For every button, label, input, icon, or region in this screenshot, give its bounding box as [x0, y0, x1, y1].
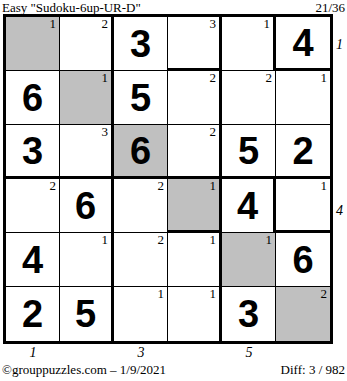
- grid-cell-r4c2: 6: [60, 179, 114, 233]
- col-label-5: 5: [222, 345, 276, 361]
- grid-cell-r5c4[interactable]: 1: [168, 233, 222, 287]
- grid-cell-r1c5[interactable]: 1: [222, 17, 276, 71]
- grid-cell-r3c4[interactable]: 2: [168, 125, 222, 179]
- clue-number: 2: [102, 17, 109, 31]
- clue-number: 1: [264, 17, 271, 31]
- clue-number: 2: [158, 179, 165, 193]
- grid-cell-r2c4[interactable]: 2: [168, 71, 222, 125]
- copyright-text: ©grouppuzzles.com – 1/9/2021: [2, 362, 166, 378]
- puzzle-page: Easy "Sudoku-6up-UR-D" 21/36 12331461522…: [0, 0, 347, 381]
- given-digit: 6: [60, 179, 111, 232]
- grid-cell-r4c6[interactable]: 1: [276, 179, 330, 233]
- grid-cell-r2c3: 5: [114, 71, 168, 125]
- grid-cell-r6c5: 3: [222, 287, 276, 341]
- grid-cell-r6c6[interactable]: 2: [276, 287, 330, 341]
- given-digit: 4: [222, 179, 273, 232]
- grid-cell-r4c3[interactable]: 2: [114, 179, 168, 233]
- clue-number: 2: [266, 71, 273, 85]
- grid-cell-r5c1: 4: [6, 233, 60, 287]
- clue-number: 1: [210, 233, 217, 247]
- clue-number: 3: [210, 17, 217, 31]
- given-digit: 5: [114, 71, 167, 124]
- clue-number: 2: [210, 125, 217, 139]
- difficulty-text: Diff: 3 / 982: [281, 362, 345, 378]
- given-digit: 6: [114, 125, 167, 176]
- given-digit: 3: [6, 125, 59, 176]
- clue-number: 1: [50, 17, 57, 31]
- clue-number: 1: [321, 71, 328, 85]
- clue-number: 3: [102, 125, 109, 139]
- clue-number: 1: [210, 179, 217, 193]
- grid-cell-r6c2: 5: [60, 287, 114, 341]
- given-digit: 6: [276, 233, 330, 286]
- given-digit: 4: [6, 233, 59, 286]
- grid-cell-r4c5: 4: [222, 179, 276, 233]
- grid-cell-r3c6: 2: [276, 125, 330, 179]
- grid-cell-r3c3: 6: [114, 125, 168, 179]
- grid-cell-r3c1: 3: [6, 125, 60, 179]
- grid-cell-r2c1: 6: [6, 71, 60, 125]
- grid-cell-r1c1[interactable]: 1: [6, 17, 60, 71]
- given-digit: 3: [114, 17, 167, 70]
- grid-cell-r1c4[interactable]: 3: [168, 17, 222, 71]
- grid-cell-r2c5[interactable]: 2: [222, 71, 276, 125]
- clue-number: 1: [158, 287, 165, 301]
- grid-cell-r6c4[interactable]: 1: [168, 287, 222, 341]
- grid-cell-r1c6: 4: [276, 17, 330, 71]
- grid-cell-r2c2[interactable]: 1: [60, 71, 114, 125]
- grid-cell-r4c4[interactable]: 1: [168, 179, 222, 233]
- grid-cell-r1c2[interactable]: 2: [60, 17, 114, 71]
- clue-number: 1: [266, 233, 273, 247]
- grid-cell-r2c6[interactable]: 1: [276, 71, 330, 125]
- row-label-4: 4: [336, 203, 343, 219]
- given-digit: 6: [6, 71, 59, 124]
- given-digit: 5: [60, 287, 111, 341]
- col-label-1: 1: [6, 345, 60, 361]
- given-digit: 5: [222, 125, 275, 176]
- clue-number: 2: [210, 71, 217, 85]
- grid-cell-r6c1: 2: [6, 287, 60, 341]
- grid-cell-r3c2[interactable]: 3: [60, 125, 114, 179]
- clue-number: 1: [321, 179, 328, 193]
- given-digit: 2: [276, 125, 330, 176]
- row-label-1: 1: [336, 37, 343, 53]
- grid-cell-r6c3[interactable]: 1: [114, 287, 168, 341]
- grid-cell-r5c3[interactable]: 2: [114, 233, 168, 287]
- sudoku-grid: 123314615221336252262141412116251132: [3, 14, 333, 344]
- col-label-3: 3: [114, 345, 168, 361]
- given-digit: 3: [222, 287, 275, 341]
- grid-cell-r1c3: 3: [114, 17, 168, 71]
- given-digit: 2: [6, 287, 59, 341]
- grid-cell-r5c6: 6: [276, 233, 330, 287]
- grid-cell-r3c5: 5: [222, 125, 276, 179]
- given-digit: 4: [276, 17, 330, 68]
- grid-cell-r4c1[interactable]: 2: [6, 179, 60, 233]
- clue-number: 1: [210, 287, 217, 301]
- clue-number: 2: [321, 287, 328, 301]
- clue-number: 1: [102, 71, 109, 85]
- grid-cell-r5c2[interactable]: 1: [60, 233, 114, 287]
- grid-cell-r5c5[interactable]: 1: [222, 233, 276, 287]
- clue-number: 2: [158, 233, 165, 247]
- clue-number: 1: [102, 233, 109, 247]
- clue-number: 2: [50, 179, 57, 193]
